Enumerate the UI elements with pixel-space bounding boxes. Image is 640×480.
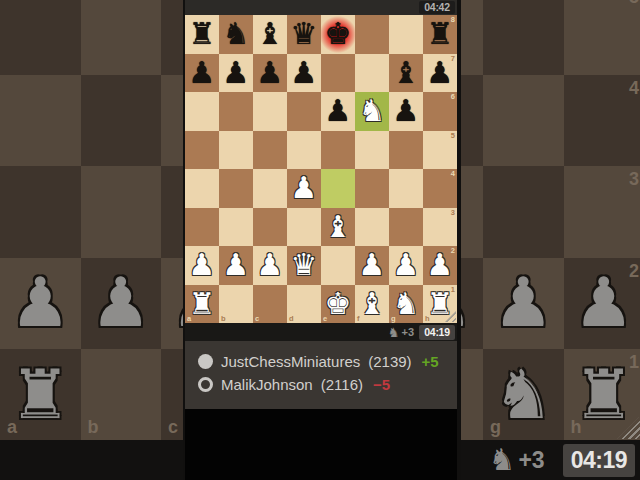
coord-file-e: e [323, 315, 327, 323]
top-clock-bar: 04:42 [185, 0, 457, 15]
coord-file-a: a [7, 418, 17, 436]
square-c2[interactable]: ♟ [253, 246, 287, 285]
coord-rank-4: 4 [451, 170, 455, 178]
background-white-clock: 04:19 [563, 444, 635, 477]
coord-file-a: a [187, 315, 191, 323]
white-pawn: ♟ [10, 269, 71, 337]
coord-rank-5: 5 [451, 132, 455, 140]
square-b3 [81, 166, 162, 257]
white-pawn: ♟ [493, 269, 554, 337]
black-pawn: ♟ [257, 58, 284, 88]
square-f3[interactable] [355, 208, 389, 247]
coord-rank-5: 5 [629, 0, 639, 6]
white-pawn: ♟ [573, 269, 634, 337]
square-g3[interactable] [389, 208, 423, 247]
coord-file-g: g [391, 315, 396, 323]
black-pawn: ♟ [393, 96, 420, 126]
coord-rank-3: 3 [629, 170, 639, 188]
square-b7[interactable]: ♟ [219, 54, 253, 93]
material-indicator: ♞ +3 [388, 326, 414, 339]
square-g5[interactable] [389, 131, 423, 170]
square-h5[interactable]: 5 [423, 131, 457, 170]
white-pawn: ♟ [291, 173, 318, 203]
square-b2: ♟ [81, 258, 162, 349]
square-c7[interactable]: ♟ [253, 54, 287, 93]
white-king: ♚ [325, 289, 352, 319]
stage: ♜♞♝♛♚♜8♟♟♟♟♝♟7♟♞♟65♟4♝3♟♟♟♛♟♟♟2♜abcd♚e♝f… [0, 0, 640, 480]
coord-file-b: b [88, 418, 99, 436]
square-a6[interactable] [185, 92, 219, 131]
bottom-black-fill [185, 409, 457, 480]
square-h7[interactable]: ♟7 [423, 54, 457, 93]
black-bishop: ♝ [393, 58, 420, 88]
square-g6[interactable]: ♟ [389, 92, 423, 131]
white-pawn: ♟ [189, 250, 216, 280]
square-b6[interactable] [219, 92, 253, 131]
square-a2[interactable]: ♟ [185, 246, 219, 285]
square-h4: 4 [564, 75, 640, 166]
square-f7[interactable] [355, 54, 389, 93]
black-player-indicator [198, 377, 213, 392]
square-e2[interactable] [321, 246, 355, 285]
square-c4[interactable] [253, 169, 287, 208]
square-a8[interactable]: ♜ [185, 15, 219, 54]
white-bishop: ♝ [359, 289, 386, 319]
square-b2[interactable]: ♟ [219, 246, 253, 285]
white-pawn: ♟ [393, 250, 420, 280]
white-knight: ♞ [493, 361, 554, 429]
black-rook: ♜ [189, 19, 216, 49]
square-g1[interactable]: ♞g [389, 285, 423, 324]
white-pawn: ♟ [427, 250, 454, 280]
coord-rank-1: 1 [629, 353, 639, 371]
square-d3[interactable] [287, 208, 321, 247]
square-h3[interactable]: 3 [423, 208, 457, 247]
square-c6[interactable] [253, 92, 287, 131]
coord-file-f: f [357, 315, 360, 323]
black-pawn: ♟ [291, 58, 318, 88]
bottom-clock-bar: ♞ +3 04:19 [185, 323, 457, 341]
coord-rank-2: 2 [451, 247, 455, 255]
square-g1: ♞g [483, 349, 564, 440]
square-f1[interactable]: ♝f [355, 285, 389, 324]
square-e3[interactable]: ♝ [321, 208, 355, 247]
white-clock: 04:19 [419, 325, 455, 340]
white-rook: ♜ [427, 289, 454, 319]
square-d2[interactable]: ♛ [287, 246, 321, 285]
square-d5[interactable] [287, 131, 321, 170]
player-score: +5 [422, 353, 439, 370]
coord-rank-8: 8 [451, 16, 455, 24]
square-a3 [0, 166, 81, 257]
square-c8[interactable]: ♝ [253, 15, 287, 54]
black-rook: ♜ [427, 19, 454, 49]
black-knight: ♞ [223, 19, 250, 49]
square-d1[interactable]: d [287, 285, 321, 324]
coord-rank-7: 7 [451, 55, 455, 63]
coord-file-c: c [168, 418, 178, 436]
white-pawn: ♟ [257, 250, 284, 280]
knight-icon: ♞ [388, 326, 400, 339]
square-g4 [483, 75, 564, 166]
square-h2[interactable]: ♟2 [423, 246, 457, 285]
square-c1[interactable]: c [253, 285, 287, 324]
square-e8[interactable]: ♚ [321, 15, 355, 54]
square-b8[interactable]: ♞ [219, 15, 253, 54]
square-g2: ♟ [483, 258, 564, 349]
white-pawn: ♟ [359, 250, 386, 280]
square-g4[interactable] [389, 169, 423, 208]
square-e4[interactable] [321, 169, 355, 208]
white-pawn: ♟ [223, 250, 250, 280]
white-pawn: ♟ [90, 269, 151, 337]
square-e1[interactable]: ♚e [321, 285, 355, 324]
coord-rank-4: 4 [629, 79, 639, 97]
square-f4[interactable] [355, 169, 389, 208]
coord-file-h: h [425, 315, 430, 323]
square-g7[interactable]: ♝ [389, 54, 423, 93]
square-a4 [0, 75, 81, 166]
square-a5[interactable] [185, 131, 219, 170]
square-a2: ♟ [0, 258, 81, 349]
white-knight: ♞ [359, 96, 386, 126]
square-e5[interactable] [321, 131, 355, 170]
square-d8[interactable]: ♛ [287, 15, 321, 54]
square-a3[interactable] [185, 208, 219, 247]
white-rook: ♜ [573, 361, 634, 429]
black-clock: 04:42 [419, 1, 455, 14]
black-pawn: ♟ [189, 58, 216, 88]
coord-rank-2: 2 [629, 262, 639, 280]
coord-rank-3: 3 [451, 209, 455, 217]
square-g8[interactable] [389, 15, 423, 54]
black-pawn: ♟ [427, 58, 454, 88]
square-g3 [483, 166, 564, 257]
square-h8[interactable]: ♜8 [423, 15, 457, 54]
game-panel: 04:42 ♜♞♝♛♚♜8♟♟♟♟♝♟7♟♞♟65♟4♝3♟♟♟♛♟♟♟2♜ab… [183, 0, 461, 480]
square-g2[interactable]: ♟ [389, 246, 423, 285]
square-b4[interactable] [219, 169, 253, 208]
player-rating: (2116) [321, 376, 363, 393]
square-b3[interactable] [219, 208, 253, 247]
square-a7[interactable]: ♟ [185, 54, 219, 93]
square-h3: 3 [564, 166, 640, 257]
player-row: MalikJohnson(2116)−5 [198, 373, 457, 396]
square-f5[interactable] [355, 131, 389, 170]
square-c3[interactable] [253, 208, 287, 247]
square-b1[interactable]: b [219, 285, 253, 324]
square-b5[interactable] [219, 131, 253, 170]
white-rook: ♜ [189, 289, 216, 319]
white-rook: ♜ [10, 361, 71, 429]
white-bishop: ♝ [325, 212, 352, 242]
black-pawn: ♟ [223, 58, 250, 88]
square-h1: ♜h1 [564, 349, 640, 440]
square-e6[interactable]: ♟ [321, 92, 355, 131]
square-h4[interactable]: 4 [423, 169, 457, 208]
player-rating: (2139) [368, 353, 411, 370]
square-h6[interactable]: 6 [423, 92, 457, 131]
square-h2: ♟2 [564, 258, 640, 349]
background-material-indicator: ♞ +3 [489, 445, 545, 475]
coord-file-g: g [490, 418, 501, 436]
square-g5 [483, 0, 564, 75]
square-a4[interactable] [185, 169, 219, 208]
square-b1: b [81, 349, 162, 440]
player-name: MalikJohnson [221, 376, 313, 393]
white-knight: ♞ [393, 289, 420, 319]
coord-file-d: d [289, 315, 294, 323]
square-f6[interactable]: ♞ [355, 92, 389, 131]
square-d7[interactable]: ♟ [287, 54, 321, 93]
square-b4 [81, 75, 162, 166]
knight-icon: ♞ [489, 445, 516, 475]
coord-file-c: c [255, 315, 259, 323]
player-name: JustChessMiniatures [221, 353, 360, 370]
coord-file-h: h [571, 418, 582, 436]
black-pawn: ♟ [325, 96, 352, 126]
black-bishop: ♝ [257, 19, 284, 49]
square-d6[interactable] [287, 92, 321, 131]
square-c5[interactable] [253, 131, 287, 170]
square-f8[interactable] [355, 15, 389, 54]
white-player-indicator [198, 354, 213, 369]
coord-file-b: b [221, 315, 226, 323]
square-b5 [81, 0, 162, 75]
material-advantage: +3 [518, 447, 544, 474]
player-score: −5 [373, 376, 390, 393]
square-f2[interactable]: ♟ [355, 246, 389, 285]
coord-rank-6: 6 [451, 93, 455, 101]
white-queen: ♛ [291, 250, 318, 280]
chess-board[interactable]: ♜♞♝♛♚♜8♟♟♟♟♝♟7♟♞♟65♟4♝3♟♟♟♛♟♟♟2♜abcd♚e♝f… [185, 15, 457, 323]
black-king: ♚ [325, 19, 352, 49]
square-a1: ♜a [0, 349, 81, 440]
player-row: JustChessMiniatures(2139)+5 [198, 350, 457, 373]
square-d4[interactable]: ♟ [287, 169, 321, 208]
square-e7[interactable] [321, 54, 355, 93]
square-a1[interactable]: ♜a [185, 285, 219, 324]
square-a5 [0, 0, 81, 75]
material-advantage: +3 [401, 326, 414, 338]
players-panel: JustChessMiniatures(2139)+5MalikJohnson(… [185, 341, 457, 409]
black-queen: ♛ [291, 19, 318, 49]
square-h5: 5 [564, 0, 640, 75]
coord-rank-1: 1 [451, 286, 455, 294]
